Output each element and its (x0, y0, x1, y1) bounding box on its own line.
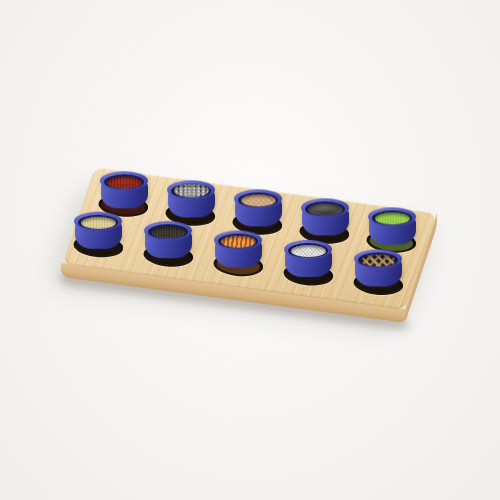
pot-fill-wicker-lattice (361, 254, 396, 266)
pot-fill-orange-ribs (221, 235, 256, 247)
texture-pot-steel-granules[interactable] (167, 180, 215, 217)
texture-pot-grey-smooth[interactable] (301, 198, 349, 235)
pot-fill-cream-sponge (81, 216, 116, 228)
texture-pot-wicker-lattice[interactable] (354, 249, 402, 286)
product-photo-scene (0, 0, 500, 500)
pot-fill-red-bumps (106, 176, 141, 188)
pot-fill-black-grit (151, 226, 186, 238)
texture-pot-black-grit[interactable] (144, 221, 192, 258)
tray-socket-r1c4 (336, 258, 420, 309)
texture-pot-orange-ribs[interactable] (214, 231, 262, 268)
pot-fill-tan-weave (240, 194, 275, 206)
texture-pot-cream-sponge[interactable] (74, 212, 122, 249)
pot-fill-grey-smooth (307, 203, 342, 215)
texture-pot-tan-weave[interactable] (234, 189, 282, 226)
pot-fill-green-felt (374, 212, 409, 224)
pot-fill-white-mesh (291, 245, 326, 257)
texture-pot-green-felt[interactable] (368, 207, 416, 244)
pot-fill-steel-granules (173, 183, 208, 197)
texture-pot-white-mesh[interactable] (284, 240, 332, 277)
texture-pot-red-bumps[interactable] (100, 171, 148, 208)
